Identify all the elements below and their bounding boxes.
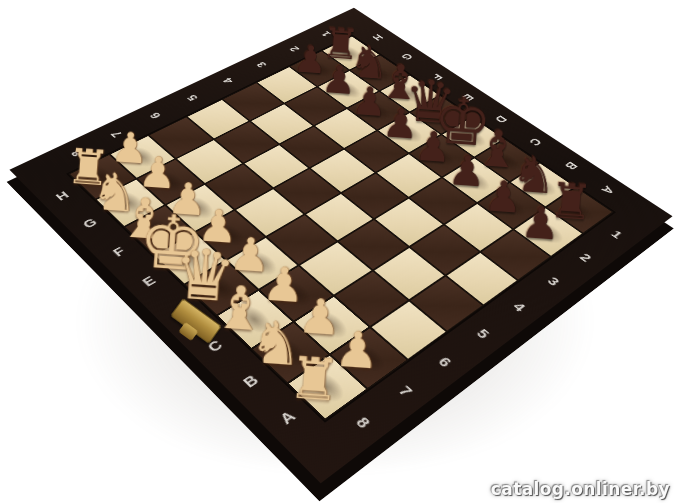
piece-dark-pawn-c2: ♟ [447, 152, 487, 193]
piece-dark-pawn-b2: ♟ [482, 177, 523, 219]
piece-light-rook-a8: ♜ [286, 350, 342, 407]
piece-dark-pawn-d2: ♟ [413, 128, 452, 168]
square-b4 [409, 224, 480, 275]
piece-dark-pawn-e2: ♟ [381, 105, 419, 144]
watermark: catalog.onliner.by [491, 479, 670, 499]
piece-dark-pawn-f2: ♟ [350, 83, 387, 121]
product-photo: HGFEDCBA HGFEDCBA 12345678 12345678 ♜♞♝♛… [0, 0, 675, 503]
piece-dark-pawn-a2: ♟ [519, 203, 561, 246]
chess-board-frame: HGFEDCBA HGFEDCBA 12345678 12345678 ♜♞♝♛… [9, 8, 672, 483]
